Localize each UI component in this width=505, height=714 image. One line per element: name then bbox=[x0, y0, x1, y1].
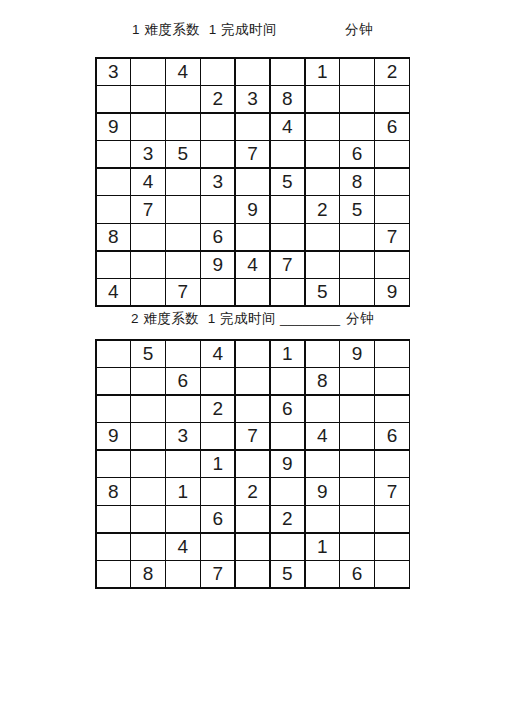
sudoku-2-cell-r7c3[interactable] bbox=[166, 506, 199, 532]
sudoku-2-cell-r1c9[interactable] bbox=[375, 341, 408, 367]
sudoku-1-cell-r7c9[interactable]: 7 bbox=[375, 224, 408, 250]
sudoku-1-cell-r9c8[interactable] bbox=[340, 279, 373, 305]
sudoku-2-cell-r1c4[interactable]: 4 bbox=[201, 341, 234, 367]
sudoku-1-cell-r3c1[interactable]: 9 bbox=[97, 114, 130, 140]
sudoku-2-cell-r3c1[interactable] bbox=[97, 396, 130, 422]
sudoku-1-cell-r9c4[interactable] bbox=[201, 279, 234, 305]
sudoku-2-cell-r3c2[interactable] bbox=[131, 396, 164, 422]
sudoku-2-cell-r5c4[interactable]: 1 bbox=[201, 451, 234, 477]
sudoku-2-cell-r8c4[interactable] bbox=[201, 534, 234, 560]
sudoku-2-cell-r4c1[interactable]: 9 bbox=[97, 423, 130, 449]
sudoku-2-cell-r1c2[interactable]: 5 bbox=[131, 341, 164, 367]
sudoku-2-cell-r4c9[interactable]: 6 bbox=[375, 423, 408, 449]
sudoku-1-cell-r7c5[interactable] bbox=[236, 224, 269, 250]
sudoku-2-cell-r6c2[interactable] bbox=[131, 478, 164, 504]
sudoku-2-cell-r1c6[interactable]: 1 bbox=[271, 341, 304, 367]
sudoku-1-cell-r9c6[interactable] bbox=[271, 279, 304, 305]
sudoku-1-cell-r9c2[interactable] bbox=[131, 279, 164, 305]
sudoku-2-cell-r5c9[interactable] bbox=[375, 451, 408, 477]
sudoku-1-cell-r5c8[interactable]: 8 bbox=[340, 169, 373, 195]
sudoku-2-cell-r7c6[interactable]: 2 bbox=[271, 506, 304, 532]
sudoku-1-cell-r4c6[interactable] bbox=[271, 141, 304, 167]
sudoku-1-cell-r8c3[interactable] bbox=[166, 252, 199, 278]
sudoku-2-cell-r9c3[interactable] bbox=[166, 561, 199, 587]
sudoku-2-cell-r2c2[interactable] bbox=[131, 368, 164, 394]
sudoku-2-cell-r8c3[interactable]: 4 bbox=[166, 534, 199, 560]
sudoku-1-cell-r8c6[interactable]: 7 bbox=[271, 252, 304, 278]
sudoku-1-cell-r8c1[interactable] bbox=[97, 252, 130, 278]
puzzle-1-minutes-label: 分钟 bbox=[345, 21, 373, 39]
sudoku-2-cell-r2c7[interactable]: 8 bbox=[306, 368, 339, 394]
sudoku-2-cell-r2c1[interactable] bbox=[97, 368, 130, 394]
sudoku-1-cell-r5c1[interactable] bbox=[97, 169, 130, 195]
sudoku-1-cell-r4c1[interactable] bbox=[97, 141, 130, 167]
sudoku-2-cell-r9c2[interactable]: 8 bbox=[131, 561, 164, 587]
sudoku-1-cell-r4c5[interactable]: 7 bbox=[236, 141, 269, 167]
puzzle-2-minutes-label: 分钟 bbox=[346, 310, 374, 328]
sudoku-2-cell-r3c3[interactable] bbox=[166, 396, 199, 422]
sudoku-1-cell-r7c2[interactable] bbox=[131, 224, 164, 250]
sudoku-1-cell-r7c6[interactable] bbox=[271, 224, 304, 250]
sudoku-1-cell-r6c7[interactable]: 2 bbox=[306, 196, 339, 222]
sudoku-1-cell-r4c7[interactable] bbox=[306, 141, 339, 167]
sudoku-2-cell-r6c9[interactable]: 7 bbox=[375, 478, 408, 504]
sudoku-1-cell-r9c3[interactable]: 7 bbox=[166, 279, 199, 305]
sudoku-1-cell-r1c6[interactable] bbox=[271, 59, 304, 85]
sudoku-1-cell-r5c9[interactable] bbox=[375, 169, 408, 195]
sudoku-2-cell-r4c3[interactable]: 3 bbox=[166, 423, 199, 449]
sudoku-2-cell-r9c7[interactable] bbox=[306, 561, 339, 587]
sudoku-1-cell-r6c3[interactable] bbox=[166, 196, 199, 222]
sudoku-1-cell-r1c1[interactable]: 3 bbox=[97, 59, 130, 85]
sudoku-1-cell-r9c7[interactable]: 5 bbox=[306, 279, 339, 305]
sudoku-1-cell-r6c8[interactable]: 5 bbox=[340, 196, 373, 222]
sudoku-2-cell-r9c6[interactable]: 5 bbox=[271, 561, 304, 587]
sudoku-2-cell-r9c4[interactable]: 7 bbox=[201, 561, 234, 587]
sudoku-2-cell-r3c8[interactable] bbox=[340, 396, 373, 422]
puzzle-1-header: 1 难度系数 1 完成时间 分钟 bbox=[0, 21, 505, 39]
sudoku-1-cell-r8c2[interactable] bbox=[131, 252, 164, 278]
sudoku-2-cell-r3c6[interactable]: 6 bbox=[271, 396, 304, 422]
sudoku-1-cell-r1c5[interactable] bbox=[236, 59, 269, 85]
sudoku-2-cell-r1c1[interactable] bbox=[97, 341, 130, 367]
sudoku-2-cell-r5c6[interactable]: 9 bbox=[271, 451, 304, 477]
sudoku-1-cell-r1c3[interactable]: 4 bbox=[166, 59, 199, 85]
sudoku-2-cell-r1c7[interactable] bbox=[306, 341, 339, 367]
sudoku-1-cell-r6c4[interactable] bbox=[201, 196, 234, 222]
sudoku-2-cell-r2c3[interactable]: 6 bbox=[166, 368, 199, 394]
sudoku-2-cell-r2c5[interactable] bbox=[236, 368, 269, 394]
sudoku-1-cell-r2c6[interactable]: 8 bbox=[271, 86, 304, 112]
sudoku-2-cell-r6c1[interactable]: 8 bbox=[97, 478, 130, 504]
sudoku-1-cell-r6c1[interactable] bbox=[97, 196, 130, 222]
sudoku-1-cell-r8c8[interactable] bbox=[340, 252, 373, 278]
sudoku-2-cell-r3c7[interactable] bbox=[306, 396, 339, 422]
sudoku-1-cell-r2c8[interactable] bbox=[340, 86, 373, 112]
sudoku-2-cell-r7c8[interactable] bbox=[340, 506, 373, 532]
sudoku-2-cell-r5c8[interactable] bbox=[340, 451, 373, 477]
sudoku-1-cell-r5c2[interactable]: 4 bbox=[131, 169, 164, 195]
sudoku-1-cell-r9c1[interactable]: 4 bbox=[97, 279, 130, 305]
sudoku-1-cell-r8c4[interactable]: 9 bbox=[201, 252, 234, 278]
sudoku-1-cell-r3c2[interactable] bbox=[131, 114, 164, 140]
sudoku-2-cell-r8c9[interactable] bbox=[375, 534, 408, 560]
sudoku-2-cell-r4c8[interactable] bbox=[340, 423, 373, 449]
sudoku-1-cell-r1c9[interactable]: 2 bbox=[375, 59, 408, 85]
sudoku-grid-2: 5419682693746198129762418756 bbox=[95, 339, 410, 589]
sudoku-1-cell-r5c3[interactable] bbox=[166, 169, 199, 195]
sudoku-2-cell-r7c1[interactable] bbox=[97, 506, 130, 532]
sudoku-1-cell-r2c1[interactable] bbox=[97, 86, 130, 112]
sudoku-1-cell-r1c8[interactable] bbox=[340, 59, 373, 85]
sudoku-2-cell-r3c4[interactable]: 2 bbox=[201, 396, 234, 422]
sudoku-1-cell-r2c2[interactable] bbox=[131, 86, 164, 112]
sudoku-1-cell-r2c9[interactable] bbox=[375, 86, 408, 112]
sudoku-2-cell-r1c5[interactable] bbox=[236, 341, 269, 367]
sudoku-2-cell-r7c5[interactable] bbox=[236, 506, 269, 532]
sudoku-1-cell-r7c1[interactable]: 8 bbox=[97, 224, 130, 250]
sudoku-2-cell-r9c9[interactable] bbox=[375, 561, 408, 587]
sudoku-1-cell-r5c6[interactable]: 5 bbox=[271, 169, 304, 195]
sudoku-2-cell-r6c6[interactable] bbox=[271, 478, 304, 504]
sudoku-2-cell-r3c9[interactable] bbox=[375, 396, 408, 422]
sudoku-2-cell-r6c7[interactable]: 9 bbox=[306, 478, 339, 504]
sudoku-1-cell-r5c7[interactable] bbox=[306, 169, 339, 195]
sudoku-1-cell-r2c4[interactable]: 2 bbox=[201, 86, 234, 112]
sudoku-1-cell-r3c3[interactable] bbox=[166, 114, 199, 140]
sudoku-grid-1: 34122389463576435879258679474759 bbox=[95, 57, 410, 307]
sudoku-1-cell-r4c8[interactable]: 6 bbox=[340, 141, 373, 167]
sudoku-2-cell-r8c6[interactable] bbox=[271, 534, 304, 560]
sudoku-2-cell-r5c3[interactable] bbox=[166, 451, 199, 477]
sudoku-2-cell-r9c5[interactable] bbox=[236, 561, 269, 587]
sudoku-1-cell-r6c5[interactable]: 9 bbox=[236, 196, 269, 222]
sudoku-1-cell-r4c4[interactable] bbox=[201, 141, 234, 167]
sudoku-2-cell-r6c3[interactable]: 1 bbox=[166, 478, 199, 504]
sudoku-2-cell-r7c9[interactable] bbox=[375, 506, 408, 532]
sudoku-2-cell-r8c8[interactable] bbox=[340, 534, 373, 560]
sudoku-1-cell-r9c9[interactable]: 9 bbox=[375, 279, 408, 305]
sudoku-2-cell-r7c2[interactable] bbox=[131, 506, 164, 532]
sudoku-1-cell-r8c7[interactable] bbox=[306, 252, 339, 278]
sudoku-2-cell-r5c1[interactable] bbox=[97, 451, 130, 477]
sudoku-2-cell-r8c7[interactable]: 1 bbox=[306, 534, 339, 560]
sudoku-1-cell-r6c6[interactable] bbox=[271, 196, 304, 222]
sudoku-1-cell-r1c2[interactable] bbox=[131, 59, 164, 85]
sudoku-1-cell-r6c2[interactable]: 7 bbox=[131, 196, 164, 222]
sudoku-1-cell-r1c4[interactable] bbox=[201, 59, 234, 85]
sudoku-1-cell-r5c5[interactable] bbox=[236, 169, 269, 195]
sudoku-1-cell-r3c5[interactable] bbox=[236, 114, 269, 140]
sudoku-2-cell-r6c8[interactable] bbox=[340, 478, 373, 504]
sudoku-2-cell-r2c6[interactable] bbox=[271, 368, 304, 394]
sudoku-1-cell-r9c5[interactable] bbox=[236, 279, 269, 305]
sudoku-1-cell-r7c7[interactable] bbox=[306, 224, 339, 250]
sudoku-1-cell-r8c9[interactable] bbox=[375, 252, 408, 278]
sudoku-1-cell-r4c9[interactable] bbox=[375, 141, 408, 167]
sudoku-1-cell-r3c9[interactable]: 6 bbox=[375, 114, 408, 140]
sudoku-1-cell-r7c4[interactable]: 6 bbox=[201, 224, 234, 250]
puzzle-2-header-label: 2 难度系数 1 完成时间 bbox=[131, 310, 276, 328]
sudoku-1-cell-r3c4[interactable] bbox=[201, 114, 234, 140]
sudoku-2-cell-r1c3[interactable] bbox=[166, 341, 199, 367]
sudoku-2-cell-r3c5[interactable] bbox=[236, 396, 269, 422]
sudoku-2-cell-r5c5[interactable] bbox=[236, 451, 269, 477]
sudoku-1-cell-r7c3[interactable] bbox=[166, 224, 199, 250]
sudoku-worksheet-page: 1 难度系数 1 完成时间 分钟 34122389463576435879258… bbox=[0, 0, 505, 714]
sudoku-2-cell-r1c8[interactable]: 9 bbox=[340, 341, 373, 367]
sudoku-1-cell-r1c7[interactable]: 1 bbox=[306, 59, 339, 85]
sudoku-1-cell-r4c2[interactable]: 3 bbox=[131, 141, 164, 167]
sudoku-2-cell-r6c5[interactable]: 2 bbox=[236, 478, 269, 504]
sudoku-2-cell-r2c4[interactable] bbox=[201, 368, 234, 394]
sudoku-1-cell-r6c9[interactable] bbox=[375, 196, 408, 222]
sudoku-2-cell-r9c1[interactable] bbox=[97, 561, 130, 587]
puzzle-2-time-blank: ________ bbox=[280, 311, 340, 326]
sudoku-1-cell-r2c5[interactable]: 3 bbox=[236, 86, 269, 112]
sudoku-2-cell-r2c8[interactable] bbox=[340, 368, 373, 394]
sudoku-2-cell-r9c8[interactable]: 6 bbox=[340, 561, 373, 587]
sudoku-2-cell-r7c7[interactable] bbox=[306, 506, 339, 532]
sudoku-2-cell-r4c5[interactable]: 7 bbox=[236, 423, 269, 449]
puzzle-2-header: 2 难度系数 1 完成时间 ________ 分钟 bbox=[0, 310, 505, 328]
sudoku-1-cell-r2c3[interactable] bbox=[166, 86, 199, 112]
sudoku-2-cell-r5c2[interactable] bbox=[131, 451, 164, 477]
sudoku-1-cell-r3c7[interactable] bbox=[306, 114, 339, 140]
sudoku-1-cell-r4c3[interactable]: 5 bbox=[166, 141, 199, 167]
sudoku-1-cell-r3c6[interactable]: 4 bbox=[271, 114, 304, 140]
sudoku-1-cell-r7c8[interactable] bbox=[340, 224, 373, 250]
sudoku-2-cell-r6c4[interactable] bbox=[201, 478, 234, 504]
sudoku-2-cell-r8c1[interactable] bbox=[97, 534, 130, 560]
sudoku-2-cell-r4c6[interactable] bbox=[271, 423, 304, 449]
sudoku-2-cell-r2c9[interactable] bbox=[375, 368, 408, 394]
sudoku-1-cell-r3c8[interactable] bbox=[340, 114, 373, 140]
sudoku-2-cell-r4c4[interactable] bbox=[201, 423, 234, 449]
sudoku-1-cell-r2c7[interactable] bbox=[306, 86, 339, 112]
sudoku-2-cell-r5c7[interactable] bbox=[306, 451, 339, 477]
puzzle-1-header-label: 1 难度系数 1 完成时间 bbox=[132, 21, 277, 39]
sudoku-1-cell-r8c5[interactable]: 4 bbox=[236, 252, 269, 278]
sudoku-2-cell-r4c2[interactable] bbox=[131, 423, 164, 449]
sudoku-2-cell-r8c2[interactable] bbox=[131, 534, 164, 560]
sudoku-2-cell-r8c5[interactable] bbox=[236, 534, 269, 560]
sudoku-2-cell-r7c4[interactable]: 6 bbox=[201, 506, 234, 532]
sudoku-2-cell-r4c7[interactable]: 4 bbox=[306, 423, 339, 449]
sudoku-1-cell-r5c4[interactable]: 3 bbox=[201, 169, 234, 195]
